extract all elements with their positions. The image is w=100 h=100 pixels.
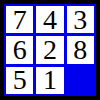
puzzle-board: 74362851 [4,4,96,96]
tile-6[interactable]: 6 [6,36,33,63]
tile-7[interactable]: 7 [6,6,33,33]
tile-4[interactable]: 4 [36,6,63,33]
blank-cell [67,67,94,94]
puzzle-window: { "game": "sliding-puzzle-8", "title": "… [0,0,100,100]
tile-1[interactable]: 1 [36,67,63,94]
tile-8[interactable]: 8 [67,36,94,63]
tile-3[interactable]: 3 [67,6,94,33]
tile-2[interactable]: 2 [36,36,63,63]
tile-5[interactable]: 5 [6,67,33,94]
